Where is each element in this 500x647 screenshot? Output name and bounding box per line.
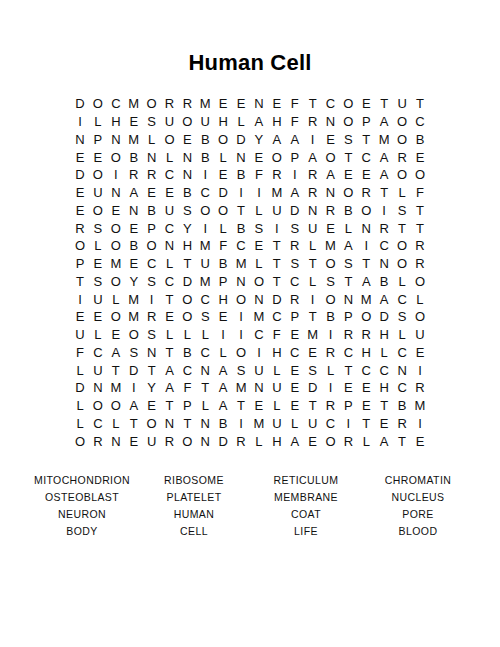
grid-cell-r10c12: T [268, 255, 286, 273]
grid-cell-r14c15: I [322, 326, 340, 344]
grid-cell-r19c18: E [375, 415, 393, 433]
grid-cell-r9c16: A [339, 237, 357, 255]
grid-cell-r11c5: S [143, 273, 161, 291]
grid-cell-r13c18: D [375, 308, 393, 326]
word-ribosome: RIBOSOME [138, 474, 250, 487]
grid-cell-r13c15: B [322, 308, 340, 326]
grid-cell-r4c15: O [322, 148, 340, 166]
grid-cell-r9c12: T [268, 237, 286, 255]
grid-cell-r6c10: I [232, 184, 250, 202]
grid-cell-r9c5: O [143, 237, 161, 255]
grid-cell-r9c2: L [89, 237, 107, 255]
grid-cell-r2c2: L [89, 113, 107, 131]
grid-cell-r13c20: O [411, 308, 429, 326]
grid-cell-r15c10: O [232, 344, 250, 362]
grid-cell-r6c17: R [357, 184, 375, 202]
grid-cell-r5c5: R [143, 166, 161, 184]
grid-cell-r7c2: O [89, 202, 107, 220]
grid-cell-r8c8: I [196, 219, 214, 237]
grid-cell-r9c4: B [125, 237, 143, 255]
grid-cell-r7c20: T [411, 202, 429, 220]
grid-cell-r11c8: M [196, 273, 214, 291]
grid-cell-r15c11: I [250, 344, 268, 362]
grid-cell-r8c5: P [143, 219, 161, 237]
grid-cell-r3c19: O [393, 131, 411, 149]
grid-cell-r3c2: P [89, 131, 107, 149]
grid-cell-r7c19: S [393, 202, 411, 220]
grid-cell-r5c3: I [107, 166, 125, 184]
grid-cell-r9c15: M [322, 237, 340, 255]
grid-cell-r16c8: N [196, 361, 214, 379]
grid-cell-r9c19: O [393, 237, 411, 255]
grid-cell-r3c11: Y [250, 131, 268, 149]
grid-cell-r15c17: H [357, 344, 375, 362]
grid-cell-r4c10: N [232, 148, 250, 166]
grid-cell-r10c16: S [339, 255, 357, 273]
grid-cell-r3c9: O [214, 131, 232, 149]
word-list: MITOCHONDRIONRIBOSOMERETICULUMCHROMATINO… [26, 474, 474, 538]
grid-cell-r18c18: T [375, 397, 393, 415]
grid-cell-r15c13: C [286, 344, 304, 362]
grid-cell-r4c8: B [196, 148, 214, 166]
grid-cell-r11c18: B [375, 273, 393, 291]
grid-cell-r19c9: B [214, 415, 232, 433]
grid-cell-r4c1: E [71, 148, 89, 166]
grid-cell-r17c19: C [393, 379, 411, 397]
grid-cell-r15c9: L [214, 344, 232, 362]
grid-cell-r15c18: L [375, 344, 393, 362]
grid-cell-r12c15: O [322, 290, 340, 308]
grid-cell-r15c3: A [107, 344, 125, 362]
grid-cell-r5c18: A [375, 166, 393, 184]
grid-cell-r6c18: T [375, 184, 393, 202]
grid-cell-r2c12: H [268, 113, 286, 131]
grid-cell-r15c14: E [304, 344, 322, 362]
grid-cell-r15c6: T [161, 344, 179, 362]
grid-cell-r13c13: P [286, 308, 304, 326]
grid-cell-r9c3: O [107, 237, 125, 255]
grid-cell-r17c7: F [178, 379, 196, 397]
grid-cell-r1c9: E [214, 95, 232, 113]
grid-cell-r13c8: S [196, 308, 214, 326]
grid-cell-r8c15: E [322, 219, 340, 237]
grid-cell-r13c2: E [89, 308, 107, 326]
grid-cell-r2c1: I [71, 113, 89, 131]
grid-cell-r2c9: H [214, 113, 232, 131]
grid-cell-r5c7: N [178, 166, 196, 184]
grid-cell-r6c15: N [322, 184, 340, 202]
grid-cell-r19c20: I [411, 415, 429, 433]
grid-cell-r17c2: N [89, 379, 107, 397]
grid-cell-r9c14: L [304, 237, 322, 255]
word-life: LIFE [250, 525, 362, 538]
grid-cell-r19c17: T [357, 415, 375, 433]
grid-cell-r13c17: O [357, 308, 375, 326]
grid-cell-r4c20: E [411, 148, 429, 166]
grid-cell-r18c11: E [250, 397, 268, 415]
grid-cell-r15c7: B [178, 344, 196, 362]
grid-cell-r18c7: P [178, 397, 196, 415]
grid-cell-r19c8: N [196, 415, 214, 433]
grid-cell-r10c14: T [304, 255, 322, 273]
grid-cell-r2c6: U [161, 113, 179, 131]
grid-cell-r6c9: D [214, 184, 232, 202]
grid-cell-r18c6: T [161, 397, 179, 415]
grid-cell-r13c1: E [71, 308, 89, 326]
grid-cell-r14c1: U [71, 326, 89, 344]
grid-cell-r9c9: F [214, 237, 232, 255]
grid-cell-r10c2: E [89, 255, 107, 273]
grid-cell-r9c13: R [286, 237, 304, 255]
grid-cell-r2c18: A [375, 113, 393, 131]
grid-cell-r4c16: T [339, 148, 357, 166]
grid-cell-r5c17: E [357, 166, 375, 184]
grid-cell-r12c1: I [71, 290, 89, 308]
grid-cell-r15c4: S [125, 344, 143, 362]
grid-cell-r14c4: O [125, 326, 143, 344]
grid-cell-r2c11: A [250, 113, 268, 131]
grid-cell-r14c18: H [375, 326, 393, 344]
grid-cell-r16c17: C [357, 361, 375, 379]
grid-cell-r16c9: A [214, 361, 232, 379]
grid-cell-r17c14: D [304, 379, 322, 397]
grid-cell-r6c3: N [107, 184, 125, 202]
grid-cell-r18c12: L [268, 397, 286, 415]
grid-cell-r14c7: L [178, 326, 196, 344]
grid-cell-r17c4: I [125, 379, 143, 397]
grid-cell-r7c9: O [214, 202, 232, 220]
grid-cell-r10c20: R [411, 255, 429, 273]
grid-cell-r12c8: C [196, 290, 214, 308]
grid-cell-r1c4: M [125, 95, 143, 113]
grid-cell-r18c2: O [89, 397, 107, 415]
grid-cell-r8c12: I [268, 219, 286, 237]
grid-cell-r17c3: M [107, 379, 125, 397]
grid-cell-r1c10: E [232, 95, 250, 113]
grid-cell-r18c9: A [214, 397, 232, 415]
grid-cell-r19c7: T [178, 415, 196, 433]
grid-cell-r16c10: S [232, 361, 250, 379]
grid-cell-r20c19: T [393, 432, 411, 450]
grid-cell-r1c16: O [339, 95, 357, 113]
grid-cell-r11c20: O [411, 273, 429, 291]
grid-cell-r20c9: D [214, 432, 232, 450]
grid-cell-r15c8: C [196, 344, 214, 362]
grid-cell-r15c19: C [393, 344, 411, 362]
grid-cell-r12c14: I [304, 290, 322, 308]
grid-cell-r4c7: N [178, 148, 196, 166]
grid-cell-r13c4: M [125, 308, 143, 326]
grid-cell-r17c20: R [411, 379, 429, 397]
grid-cell-r11c3: O [107, 273, 125, 291]
grid-cell-r16c18: C [375, 361, 393, 379]
grid-cell-r7c6: U [161, 202, 179, 220]
grid-cell-r3c10: D [232, 131, 250, 149]
grid-cell-r3c8: B [196, 131, 214, 149]
grid-cell-r16c5: T [143, 361, 161, 379]
grid-cell-r3c12: A [268, 131, 286, 149]
grid-cell-r4c17: C [357, 148, 375, 166]
grid-cell-r12c16: N [339, 290, 357, 308]
grid-cell-r4c4: B [125, 148, 143, 166]
grid-cell-r4c6: L [161, 148, 179, 166]
grid-cell-r15c15: R [322, 344, 340, 362]
grid-cell-r3c20: B [411, 131, 429, 149]
grid-cell-r18c15: R [322, 397, 340, 415]
grid-cell-r1c12: E [268, 95, 286, 113]
grid-cell-r7c7: S [178, 202, 196, 220]
grid-cell-r4c13: P [286, 148, 304, 166]
grid-cell-r5c8: I [196, 166, 214, 184]
grid-cell-r4c14: A [304, 148, 322, 166]
grid-cell-r13c6: E [161, 308, 179, 326]
grid-cell-r15c16: C [339, 344, 357, 362]
grid-cell-r18c10: T [232, 397, 250, 415]
grid-cell-r2c13: F [286, 113, 304, 131]
grid-cell-r11c14: L [304, 273, 322, 291]
grid-cell-r6c12: M [268, 184, 286, 202]
grid-cell-r20c4: E [125, 432, 143, 450]
grid-cell-r19c10: I [232, 415, 250, 433]
grid-cell-r20c10: R [232, 432, 250, 450]
grid-cell-r10c18: N [375, 255, 393, 273]
grid-cell-r8c7: Y [178, 219, 196, 237]
grid-cell-r1c2: O [89, 95, 107, 113]
grid-cell-r7c15: R [322, 202, 340, 220]
puzzle-page: Human Cell DOCMORRMEENEFTCOETUTILHESUOUH… [0, 0, 500, 647]
grid-cell-r2c16: O [339, 113, 357, 131]
grid-cell-r3c6: O [161, 131, 179, 149]
grid-cell-r6c16: O [339, 184, 357, 202]
grid-cell-r14c2: L [89, 326, 107, 344]
grid-cell-r9c17: I [357, 237, 375, 255]
grid-cell-r11c16: T [339, 273, 357, 291]
grid-cell-r11c1: T [71, 273, 89, 291]
puzzle-title: Human Cell [0, 0, 500, 75]
grid-cell-r9c7: H [178, 237, 196, 255]
grid-cell-r9c20: R [411, 237, 429, 255]
grid-cell-r13c10: I [232, 308, 250, 326]
grid-cell-r6c5: E [143, 184, 161, 202]
grid-cell-r2c15: N [322, 113, 340, 131]
grid-cell-r7c13: D [286, 202, 304, 220]
grid-cell-r20c20: E [411, 432, 429, 450]
grid-cell-r3c4: M [125, 131, 143, 149]
word-chromatin: CHROMATIN [362, 474, 474, 487]
grid-cell-r14c6: L [161, 326, 179, 344]
grid-cell-r10c13: S [286, 255, 304, 273]
grid-cell-r5c2: O [89, 166, 107, 184]
grid-cell-r19c6: N [161, 415, 179, 433]
grid-cell-r14c17: R [357, 326, 375, 344]
grid-cell-r14c16: R [339, 326, 357, 344]
grid-cell-r5c6: C [161, 166, 179, 184]
grid-cell-r20c17: L [357, 432, 375, 450]
grid-cell-r11c13: C [286, 273, 304, 291]
grid-cell-r10c9: B [214, 255, 232, 273]
grid-cell-r8c3: O [107, 219, 125, 237]
grid-cell-r6c20: F [411, 184, 429, 202]
word-pore: PORE [362, 508, 474, 521]
grid-cell-r8c1: R [71, 219, 89, 237]
grid-cell-r12c4: M [125, 290, 143, 308]
grid-cell-r4c11: E [250, 148, 268, 166]
grid-cell-r13c7: O [178, 308, 196, 326]
grid-cell-r12c10: O [232, 290, 250, 308]
grid-cell-r10c8: U [196, 255, 214, 273]
grid-cell-r1c6: R [161, 95, 179, 113]
grid-cell-r18c19: B [393, 397, 411, 415]
grid-cell-r16c15: L [322, 361, 340, 379]
grid-cell-r7c18: I [375, 202, 393, 220]
grid-cell-r13c19: S [393, 308, 411, 326]
grid-cell-r14c8: L [196, 326, 214, 344]
grid-cell-r20c7: O [178, 432, 196, 450]
grid-cell-r19c16: I [339, 415, 357, 433]
grid-cell-r7c3: E [107, 202, 125, 220]
grid-cell-r11c2: S [89, 273, 107, 291]
grid-cell-r20c1: O [71, 432, 89, 450]
grid-cell-r10c4: E [125, 255, 143, 273]
grid-cell-r16c3: T [107, 361, 125, 379]
grid-cell-r8c9: L [214, 219, 232, 237]
grid-cell-r10c11: L [250, 255, 268, 273]
grid-cell-r2c20: C [411, 113, 429, 131]
grid-cell-r1c8: M [196, 95, 214, 113]
grid-cell-r16c1: L [71, 361, 89, 379]
grid-cell-r5c16: E [339, 166, 357, 184]
grid-cell-r4c2: E [89, 148, 107, 166]
grid-cell-r16c11: U [250, 361, 268, 379]
grid-cell-r2c10: L [232, 113, 250, 131]
grid-cell-r20c2: R [89, 432, 107, 450]
grid-cell-r20c3: N [107, 432, 125, 450]
grid-cell-r3c3: N [107, 131, 125, 149]
grid-cell-r6c7: B [178, 184, 196, 202]
grid-cell-r11c15: S [322, 273, 340, 291]
grid-cell-r20c16: R [339, 432, 357, 450]
grid-cell-r19c12: U [268, 415, 286, 433]
grid-cell-r2c5: S [143, 113, 161, 131]
grid-cell-r14c14: M [304, 326, 322, 344]
grid-cell-r8c13: S [286, 219, 304, 237]
grid-cell-r14c10: I [232, 326, 250, 344]
grid-cell-r1c13: F [286, 95, 304, 113]
grid-cell-r19c1: L [71, 415, 89, 433]
grid-cell-r18c5: E [143, 397, 161, 415]
grid-cell-r19c13: L [286, 415, 304, 433]
grid-cell-r9c18: C [375, 237, 393, 255]
grid-cell-r5c9: E [214, 166, 232, 184]
grid-cell-r5c1: D [71, 166, 89, 184]
grid-cell-r7c11: L [250, 202, 268, 220]
grid-cell-r1c18: T [375, 95, 393, 113]
grid-cell-r5c11: F [250, 166, 268, 184]
grid-cell-r12c6: T [161, 290, 179, 308]
grid-cell-r13c9: E [214, 308, 232, 326]
grid-cell-r12c9: H [214, 290, 232, 308]
grid-cell-r6c6: E [161, 184, 179, 202]
grid-cell-r7c5: B [143, 202, 161, 220]
grid-cell-r8c18: R [375, 219, 393, 237]
grid-cell-r6c8: C [196, 184, 214, 202]
grid-cell-r7c14: N [304, 202, 322, 220]
grid-cell-r3c16: S [339, 131, 357, 149]
grid-cell-r11c11: O [250, 273, 268, 291]
grid-cell-r13c16: P [339, 308, 357, 326]
grid-cell-r10c7: T [178, 255, 196, 273]
grid-cell-r16c4: D [125, 361, 143, 379]
grid-cell-r17c1: D [71, 379, 89, 397]
grid-cell-r14c19: L [393, 326, 411, 344]
grid-cell-r14c3: E [107, 326, 125, 344]
grid-cell-r20c18: A [375, 432, 393, 450]
grid-cell-r19c2: C [89, 415, 107, 433]
grid-cell-r13c5: R [143, 308, 161, 326]
word-cell: CELL [138, 525, 250, 538]
grid-cell-r8c20: T [411, 219, 429, 237]
grid-cell-r16c16: T [339, 361, 357, 379]
grid-cell-r5c12: R [268, 166, 286, 184]
grid-cell-r10c1: P [71, 255, 89, 273]
grid-cell-r10c5: C [143, 255, 161, 273]
grid-cell-r7c8: O [196, 202, 214, 220]
grid-cell-r12c2: U [89, 290, 107, 308]
grid-cell-r1c5: O [143, 95, 161, 113]
word-reticulum: RETICULUM [250, 474, 362, 487]
grid-cell-r12c17: M [357, 290, 375, 308]
grid-cell-r18c17: E [357, 397, 375, 415]
grid-cell-r6c13: A [286, 184, 304, 202]
grid-cell-r18c8: L [196, 397, 214, 415]
grid-cell-r3c7: E [178, 131, 196, 149]
grid-cell-r2c8: U [196, 113, 214, 131]
grid-cell-r11c12: T [268, 273, 286, 291]
word-nucleus: NUCLEUS [362, 491, 474, 504]
word-mitochondrion: MITOCHONDRION [26, 474, 138, 487]
grid-cell-r17c11: N [250, 379, 268, 397]
grid-cell-r11c17: A [357, 273, 375, 291]
grid-cell-r17c15: I [322, 379, 340, 397]
grid-cell-r14c11: C [250, 326, 268, 344]
grid-cell-r5c19: O [393, 166, 411, 184]
grid-cell-r19c11: M [250, 415, 268, 433]
grid-cell-r15c12: H [268, 344, 286, 362]
grid-cell-r16c12: L [268, 361, 286, 379]
grid-cell-r16c14: S [304, 361, 322, 379]
grid-cell-r17c5: Y [143, 379, 161, 397]
word-platelet: PLATELET [138, 491, 250, 504]
grid-cell-r7c16: B [339, 202, 357, 220]
grid-cell-r19c3: L [107, 415, 125, 433]
grid-cell-r5c15: A [322, 166, 340, 184]
grid-cell-r19c5: O [143, 415, 161, 433]
grid-cell-r9c11: E [250, 237, 268, 255]
word-blood: BLOOD [362, 525, 474, 538]
grid-cell-r18c1: L [71, 397, 89, 415]
grid-cell-r3c1: N [71, 131, 89, 149]
grid-cell-r1c7: R [178, 95, 196, 113]
grid-cell-r20c12: H [268, 432, 286, 450]
grid-cell-r18c20: M [411, 397, 429, 415]
grid-cell-r12c12: D [268, 290, 286, 308]
grid-cell-r1c11: N [250, 95, 268, 113]
grid-cell-r1c3: C [107, 95, 125, 113]
grid-cell-r1c20: T [411, 95, 429, 113]
grid-cell-r6c4: A [125, 184, 143, 202]
grid-cell-r8c2: S [89, 219, 107, 237]
grid-cell-r17c6: A [161, 379, 179, 397]
